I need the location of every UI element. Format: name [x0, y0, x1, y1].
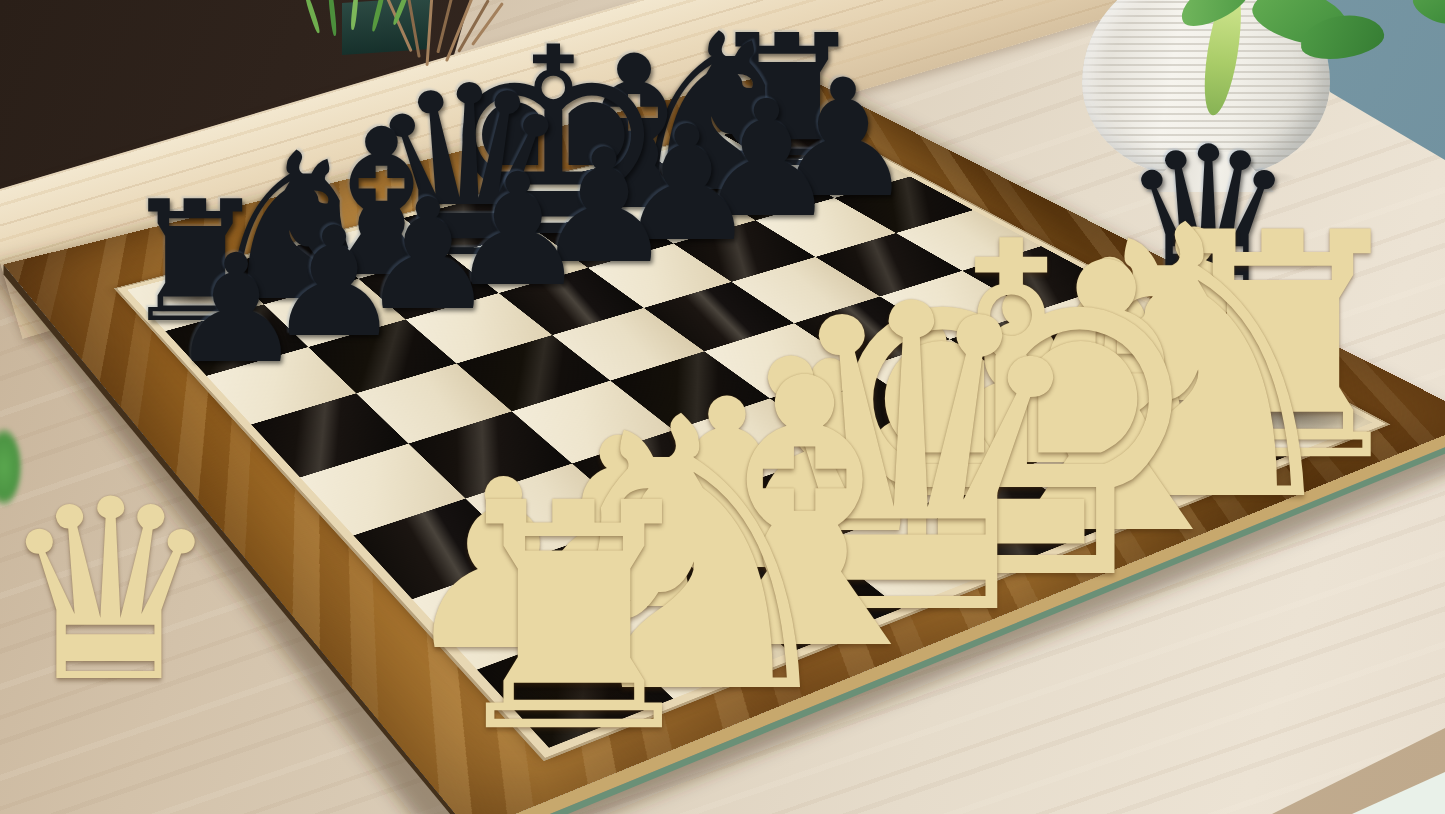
- chess-set-photo-scene: ♜♞♟♝♟♚♟♛♟♝♟♛♞♟♜♟♟♟♟♜♟♞♟♝♟♚♟♛♟♝♟♞♛♜: [0, 0, 1445, 814]
- piece-white-rook-a1[interactable]: ♜: [434, 463, 714, 776]
- piece-white-queen-offboard-left[interactable]: ♛: [0, 467, 222, 717]
- pieces: ♜♞♟♝♟♚♟♛♟♝♟♛♞♟♜♟♟♟♟♜♟♞♟♝♟♚♟♛♟♝♟♞♛♜: [0, 0, 1445, 814]
- piece-black-pawn-a7[interactable]: ♟: [169, 235, 303, 385]
